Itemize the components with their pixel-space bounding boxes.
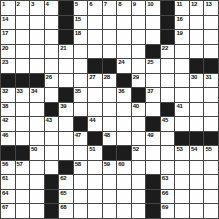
cell-r6c12[interactable] [161,74,175,88]
cell-r7c4[interactable] [45,88,59,102]
cell-r14c1[interactable]: 64 [1,190,15,204]
cell-r13c2[interactable] [16,175,30,189]
cell-r1c3[interactable]: 3 [30,1,44,15]
cell-r14c12[interactable]: 66 [161,190,175,204]
cell-r12c13[interactable] [175,161,189,175]
cell-r7c9[interactable]: 36 [117,88,131,102]
black-cell-r2c5 [59,16,73,30]
black-cell-r10c13 [175,132,189,146]
black-cell-r7c10 [132,88,146,102]
cell-r15c12[interactable]: 69 [161,204,175,218]
cell-r11c15[interactable]: 55 [204,146,218,160]
black-cell-r5c15 [204,59,218,73]
clue-number: 16 [176,16,182,23]
clue-number: 56 [2,161,8,168]
cell-r4c10[interactable] [132,45,146,59]
cell-r2c14[interactable] [190,16,204,30]
cell-r7c2[interactable]: 33 [16,88,30,102]
clue-number: 27 [89,74,95,81]
clue-number: 7 [104,1,107,8]
clue-number: 23 [2,59,8,66]
clue-number: 58 [75,161,81,168]
cell-r8c11[interactable] [146,103,160,117]
cell-r3c6[interactable]: 18 [74,30,88,44]
cell-r7c6[interactable]: 35 [74,88,88,102]
cell-r5c1[interactable]: 23 [1,59,15,73]
cell-r12c11[interactable] [146,161,160,175]
cell-r5c10[interactable] [132,59,146,73]
clue-number: 65 [60,190,66,197]
cell-r14c10[interactable] [132,190,146,204]
cell-r13c1[interactable]: 61 [1,175,15,189]
cell-r15c9[interactable] [117,204,131,218]
cell-r2c11[interactable] [146,16,160,30]
cell-r6c4[interactable]: 26 [45,74,59,88]
cell-r15c1[interactable]: 67 [1,204,15,218]
cell-r2c8[interactable] [103,16,117,30]
clue-number: 34 [31,88,37,95]
black-cell-r1c5 [59,1,73,15]
clue-number: 1 [2,1,5,8]
black-cell-r1c12 [161,1,175,15]
black-cell-r6c1 [1,74,15,88]
cell-r12c3[interactable] [30,161,44,175]
clue-number: 64 [2,190,8,197]
cell-r1c8[interactable]: 7 [103,1,117,15]
cell-r7c3[interactable]: 34 [30,88,44,102]
clue-number: 13 [205,1,211,8]
cell-r4c2[interactable] [16,45,30,59]
clue-number: 59 [104,161,110,168]
clue-number: 61 [2,175,8,182]
cell-r7c12[interactable] [161,88,175,102]
cell-r2c10[interactable] [132,16,146,30]
cell-r14c14[interactable] [190,190,204,204]
clue-number: 49 [147,132,153,139]
cell-r2c2[interactable] [16,16,30,30]
cell-r12c6[interactable]: 58 [74,161,88,175]
clue-number: 47 [75,132,81,139]
cell-r11c13[interactable]: 53 [175,146,189,160]
clue-number: 41 [176,103,182,110]
clue-number: 14 [2,16,8,23]
cell-r13c14[interactable] [190,175,204,189]
cell-r10c9[interactable] [117,132,131,146]
cell-r7c15[interactable] [204,88,218,102]
cell-r4c3[interactable] [30,45,44,59]
cell-r2c13[interactable]: 16 [175,16,189,30]
cell-r11c10[interactable]: 52 [132,146,146,160]
clue-number: 60 [118,161,124,168]
cell-r3c10[interactable] [132,30,146,44]
cell-r5c12[interactable] [161,59,175,73]
cell-r7c14[interactable] [190,88,204,102]
clue-number: 54 [191,146,197,153]
clue-number: 55 [205,146,211,153]
cell-r9c15[interactable] [204,117,218,131]
cell-r4c8[interactable] [103,45,117,59]
black-cell-r7c5 [59,88,73,102]
clue-number: 28 [104,74,110,81]
clue-number: 8 [118,1,121,8]
cell-r14c9[interactable] [117,190,131,204]
cell-r7c7[interactable] [88,88,102,102]
clue-number: 6 [89,1,92,8]
crossword-board: 1234567891011121314151617181920212223242… [0,0,219,219]
clue-number: 48 [104,132,110,139]
black-cell-r14c4 [45,190,59,204]
cell-r9c3[interactable] [30,117,44,131]
cell-r9c13[interactable] [175,117,189,131]
cell-r13c9[interactable] [117,175,131,189]
cell-r3c2[interactable] [16,30,30,44]
cell-r6c8[interactable]: 28 [103,74,117,88]
black-cell-r8c12 [161,103,175,117]
cell-r15c7[interactable] [88,204,102,218]
cell-r1c14[interactable]: 12 [190,1,204,15]
cell-r11c5[interactable] [59,146,73,160]
clue-number: 45 [162,117,168,124]
clue-number: 30 [191,74,197,81]
clue-number: 10 [147,1,153,8]
cell-r10c5[interactable] [59,132,73,146]
clue-number: 57 [17,161,23,168]
cell-r8c9[interactable] [117,103,131,117]
cell-r4c4[interactable] [45,45,59,59]
cell-r1c7[interactable]: 6 [88,1,102,15]
black-cell-r4c11 [146,45,160,59]
cell-r4c7[interactable] [88,45,102,59]
clue-number: 52 [133,146,139,153]
cell-r4c9[interactable] [117,45,131,59]
clue-number: 22 [162,45,168,52]
cell-r9c14[interactable] [190,117,204,131]
clue-number: 37 [147,88,153,95]
cell-r12c2[interactable]: 57 [16,161,30,175]
black-cell-r10c14 [190,132,204,146]
cell-r14c3[interactable] [30,190,44,204]
cell-r8c1[interactable]: 38 [1,103,15,117]
cell-r6c5[interactable] [59,74,73,88]
cell-r5c2[interactable] [16,59,30,73]
clue-number: 29 [133,74,139,81]
cell-r10c8[interactable]: 48 [103,132,117,146]
cell-r3c4[interactable] [45,30,59,44]
cell-r6c10[interactable]: 29 [132,74,146,88]
cell-r5c4[interactable] [45,59,59,73]
clue-number: 25 [147,59,153,66]
cell-r3c8[interactable] [103,30,117,44]
cell-r1c11[interactable]: 10 [146,1,160,15]
black-cell-r5c8 [103,59,117,73]
clue-number: 11 [176,1,182,8]
clue-number: 2 [17,1,20,8]
cell-r15c15[interactable] [204,204,218,218]
cell-r2c1[interactable]: 14 [1,16,15,30]
cell-r7c13[interactable] [175,88,189,102]
cell-r10c4[interactable] [45,132,59,146]
cell-r3c3[interactable] [30,30,44,44]
cell-r1c1[interactable]: 1 [1,1,15,15]
cell-r15c8[interactable] [103,204,117,218]
clue-number: 36 [118,88,124,95]
black-cell-r5c7 [88,59,102,73]
clue-number: 46 [2,132,8,139]
cell-r8c13[interactable]: 41 [175,103,189,117]
clue-number: 68 [60,204,66,211]
clue-number: 62 [60,175,66,182]
black-cell-r2c12 [161,16,175,30]
cell-r13c3[interactable] [30,175,44,189]
black-cell-r10c15 [204,132,218,146]
clue-number: 51 [89,146,95,153]
cell-r4c12[interactable]: 22 [161,45,175,59]
cell-r8c8[interactable] [103,103,117,117]
cell-r2c15[interactable] [204,16,218,30]
cell-r6c13[interactable] [175,74,189,88]
cell-r1c10[interactable]: 9 [132,1,146,15]
cell-r11c6[interactable] [74,146,88,160]
cell-r15c14[interactable] [190,204,204,218]
clue-number: 35 [75,88,81,95]
cell-r6c7[interactable]: 27 [88,74,102,88]
black-cell-r13c11 [146,175,160,189]
cell-r6c14[interactable]: 30 [190,74,204,88]
cell-r9c1[interactable]: 42 [1,117,15,131]
black-cell-r8c4 [45,103,59,117]
cell-r4c15[interactable] [204,45,218,59]
cell-r5c3[interactable] [30,59,44,73]
cell-r10c6[interactable]: 47 [74,132,88,146]
cell-r10c11[interactable]: 49 [146,132,160,146]
clue-number: 42 [2,117,8,124]
black-cell-r10c7 [88,132,102,146]
cell-r3c15[interactable] [204,30,218,44]
clue-number: 50 [31,146,37,153]
black-cell-r11c9 [117,146,131,160]
clue-number: 12 [191,1,197,8]
cell-r14c5[interactable]: 65 [59,190,73,204]
black-cell-r14c11 [146,190,160,204]
cell-r4c1[interactable]: 20 [1,45,15,59]
clue-number: 53 [176,146,182,153]
cell-r11c4[interactable] [45,146,59,160]
clue-number: 20 [2,45,8,52]
cell-r12c9[interactable]: 60 [117,161,131,175]
cell-r10c12[interactable] [161,132,175,146]
cell-r5c13[interactable] [175,59,189,73]
clue-number: 4 [46,1,49,8]
clue-number: 39 [60,103,66,110]
cell-r6c6[interactable] [74,74,88,88]
cell-r9c8[interactable] [103,117,117,131]
cell-r15c6[interactable] [74,204,88,218]
cell-r14c7[interactable] [88,190,102,204]
cell-r2c6[interactable]: 15 [74,16,88,30]
black-cell-r11c2 [16,146,30,160]
black-cell-r3c5 [59,30,73,44]
clue-number: 17 [2,30,8,37]
cell-r4c13[interactable] [175,45,189,59]
cell-r11c3[interactable]: 50 [30,146,44,160]
cell-r5c6[interactable] [74,59,88,73]
cell-r8c5[interactable]: 39 [59,103,73,117]
cell-r11c14[interactable]: 54 [190,146,204,160]
clue-number: 38 [2,103,8,110]
cell-r12c15[interactable] [204,161,218,175]
cell-r13c15[interactable] [204,175,218,189]
cell-r5c11[interactable]: 25 [146,59,160,73]
black-cell-r6c3 [30,74,44,88]
clue-number: 3 [31,1,34,8]
cell-r13c7[interactable] [88,175,102,189]
cell-r15c5[interactable]: 68 [59,204,73,218]
cell-r14c6[interactable] [74,190,88,204]
cell-r9c5[interactable] [59,117,73,131]
cell-r2c7[interactable] [88,16,102,30]
cell-r8c14[interactable] [190,103,204,117]
black-cell-r15c11 [146,204,160,218]
clue-number: 69 [162,204,168,211]
cell-r9c12[interactable]: 45 [161,117,175,131]
clue-number: 9 [133,1,136,8]
cell-r14c15[interactable] [204,190,218,204]
cell-r13c6[interactable] [74,175,88,189]
cell-r9c2[interactable] [16,117,30,131]
clue-number: 44 [89,117,95,124]
cell-r7c8[interactable] [103,88,117,102]
cell-r1c9[interactable]: 8 [117,1,131,15]
cell-r13c5[interactable]: 62 [59,175,73,189]
cell-r7c1[interactable]: 32 [1,88,15,102]
cell-r15c2[interactable] [16,204,30,218]
cell-r10c1[interactable]: 46 [1,132,15,146]
cell-r3c13[interactable]: 19 [175,30,189,44]
cell-r12c8[interactable]: 59 [103,161,117,175]
cell-r13c8[interactable] [103,175,117,189]
cell-r2c9[interactable] [117,16,131,30]
black-cell-r11c8 [103,146,117,160]
cell-r6c15[interactable]: 31 [204,74,218,88]
black-cell-r12c5 [59,161,73,175]
cell-r8c7[interactable] [88,103,102,117]
cell-r9c10[interactable] [132,117,146,131]
clue-number: 21 [60,45,66,52]
clue-number: 43 [46,117,52,124]
cell-r14c13[interactable] [175,190,189,204]
cell-r13c10[interactable] [132,175,146,189]
cell-r9c9[interactable] [117,117,131,131]
black-cell-r9c11 [146,117,160,131]
cell-r9c4[interactable]: 43 [45,117,59,131]
cell-r8c2[interactable] [16,103,30,117]
cell-r14c2[interactable] [16,190,30,204]
cell-r6c11[interactable] [146,74,160,88]
cell-r2c4[interactable] [45,16,59,30]
cell-r11c11[interactable] [146,146,160,160]
cell-r14c8[interactable] [103,190,117,204]
cell-r15c13[interactable] [175,204,189,218]
clue-number: 33 [17,88,23,95]
cell-r2c3[interactable] [30,16,44,30]
cell-r12c1[interactable]: 56 [1,161,15,175]
cell-r5c5[interactable] [59,59,73,73]
cell-r3c7[interactable] [88,30,102,44]
cell-r3c9[interactable] [117,30,131,44]
cell-r8c6[interactable] [74,103,88,117]
black-cell-r5c14 [190,59,204,73]
cell-r11c7[interactable]: 51 [88,146,102,160]
cell-r10c3[interactable] [30,132,44,146]
clue-number: 66 [162,190,168,197]
clue-number: 63 [162,175,168,182]
clue-number: 18 [75,30,81,37]
black-cell-r3c12 [161,30,175,44]
black-cell-r15c4 [45,204,59,218]
black-cell-r11c1 [1,146,15,160]
cell-r10c2[interactable] [16,132,30,146]
cell-r12c14[interactable] [190,161,204,175]
cell-r1c6[interactable]: 5 [74,1,88,15]
clue-number: 31 [205,74,211,81]
clue-number: 40 [133,103,139,110]
clue-number: 5 [75,1,78,8]
black-cell-r6c9 [117,74,131,88]
cell-r1c13[interactable]: 11 [175,1,189,15]
clue-number: 26 [46,74,52,81]
clue-number: 19 [176,30,182,37]
cell-r8c10[interactable]: 40 [132,103,146,117]
cell-r12c12[interactable] [161,161,175,175]
black-cell-r6c2 [16,74,30,88]
cell-r13c13[interactable] [175,175,189,189]
cell-r13c12[interactable]: 63 [161,175,175,189]
cell-r1c2[interactable]: 2 [16,1,30,15]
cell-r4c6[interactable] [74,45,88,59]
cell-r5c9[interactable]: 24 [117,59,131,73]
cell-r10c10[interactable] [132,132,146,146]
cell-r8c3[interactable] [30,103,44,117]
cell-r1c4[interactable]: 4 [45,1,59,15]
cell-r4c14[interactable] [190,45,204,59]
clue-number: 67 [2,204,8,211]
cell-r7c11[interactable]: 37 [146,88,160,102]
cell-r12c7[interactable] [88,161,102,175]
clue-number: 15 [75,16,81,23]
cell-r3c11[interactable] [146,30,160,44]
cell-r15c10[interactable] [132,204,146,218]
cell-r3c1[interactable]: 17 [1,30,15,44]
cell-r12c10[interactable] [132,161,146,175]
cell-r8c15[interactable] [204,103,218,117]
cell-r11c12[interactable] [161,146,175,160]
cell-r12c4[interactable] [45,161,59,175]
cell-r15c3[interactable] [30,204,44,218]
cell-r4c5[interactable]: 21 [59,45,73,59]
black-cell-r13c4 [45,175,59,189]
clue-number: 32 [2,88,8,95]
clue-number: 24 [118,59,124,66]
cell-r9c7[interactable]: 44 [88,117,102,131]
cell-r1c15[interactable]: 13 [204,1,218,15]
black-cell-r9c6 [74,117,88,131]
cell-r3c14[interactable] [190,30,204,44]
